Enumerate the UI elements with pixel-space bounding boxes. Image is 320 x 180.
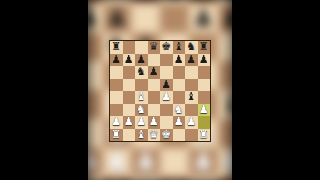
square-g8[interactable]: ♞ [185,41,198,54]
bg-square-e2 [160,148,189,177]
piece-black-knight-g8[interactable]: ♞ [186,41,196,52]
piece-white-rook-h1[interactable]: ♜ [199,129,209,140]
bg-square-f2: ♟ [189,148,218,177]
square-g2[interactable]: ♟ [185,116,198,129]
piece-white-pawn-c2[interactable]: ♟ [136,116,146,127]
piece-black-queen-d8[interactable]: ♛ [149,41,159,52]
video-strip[interactable]: ♜♛♚♝♞♜♟♟♟♟♟♟♞♟♟♝♟♝♞♞♟♟♟♟♟♟♟♜♝♛♚♜ ♜♛♚♝♞♜♟… [88,0,232,180]
piece-white-pawn: ♟ [221,148,232,173]
piece-black-pawn: ♟ [88,5,99,30]
bg-square-b5 [88,61,103,90]
square-b2[interactable]: ♟ [123,116,136,129]
square-d6[interactable]: ♟ [148,66,161,79]
bg-square-b7: ♟ [88,4,103,33]
piece-black-pawn: ♟ [106,5,128,30]
square-e4[interactable]: ♟ [160,91,173,104]
square-d7[interactable] [148,54,161,67]
square-f7[interactable]: ♟ [173,54,186,67]
square-a2[interactable]: ♟ [110,116,123,129]
square-d4[interactable] [148,91,161,104]
square-f8[interactable]: ♝ [173,41,186,54]
piece-black-pawn-d6[interactable]: ♟ [149,66,159,77]
bg-square-g3 [218,119,233,148]
square-g4[interactable]: ♝ [185,91,198,104]
piece-black-pawn-e5[interactable]: ♟ [161,79,171,90]
square-e2[interactable] [160,116,173,129]
piece-white-rook-a1[interactable]: ♜ [111,129,121,140]
square-h1[interactable]: ♜ [198,129,211,142]
piece-white-pawn-e4[interactable]: ♟ [161,91,171,102]
square-b6[interactable] [123,66,136,79]
square-g6[interactable] [185,66,198,79]
square-c8[interactable] [135,41,148,54]
piece-black-bishop-f8[interactable]: ♝ [174,41,184,52]
square-g3[interactable] [185,104,198,117]
bg-square-d2: ♟ [131,148,160,177]
bg-square-g7: ♟ [218,4,233,33]
piece-white-pawn: ♟ [88,148,99,173]
square-a7[interactable]: ♟ [110,54,123,67]
square-c2[interactable]: ♟ [135,116,148,129]
chess-board: ♜♛♚♝♞♜♟♟♟♟♟♟♞♟♟♝♟♝♞♞♟♟♟♟♟♟♟♜♝♛♚♜ [109,40,211,142]
piece-white-pawn-b2[interactable]: ♟ [124,116,134,127]
square-b7[interactable]: ♟ [123,54,136,67]
square-e5[interactable]: ♟ [160,79,173,92]
square-h7[interactable]: ♟ [198,54,211,67]
square-d1[interactable]: ♛ [148,129,161,142]
bg-square-c2: ♟ [103,148,132,177]
piece-black-pawn-a7[interactable]: ♟ [111,54,121,65]
piece-white-bishop-c4[interactable]: ♝ [136,91,146,102]
bg-square-b6 [88,33,103,62]
square-b1[interactable] [123,129,136,142]
piece-black-queen: ♛ [134,0,156,1]
piece-white-pawn: ♟ [106,148,128,173]
square-d2[interactable]: ♟ [148,116,161,129]
piece-white-bishop-c1[interactable]: ♝ [136,129,146,140]
piece-black-rook-a8[interactable]: ♜ [111,41,121,52]
bg-square-b4 [88,90,103,119]
square-h3[interactable]: ♟ [198,104,211,117]
piece-black-pawn-h7[interactable]: ♟ [199,54,209,65]
square-h5[interactable] [198,79,211,92]
square-g5[interactable] [185,79,198,92]
square-d3[interactable] [148,104,161,117]
square-h2[interactable] [198,116,211,129]
bg-square-c7: ♟ [103,4,132,33]
square-h6[interactable] [198,66,211,79]
piece-white-pawn-f2[interactable]: ♟ [174,116,184,127]
bg-square-b2: ♟ [88,148,103,177]
square-f4[interactable] [173,91,186,104]
piece-white-pawn-d2[interactable]: ♟ [149,116,159,127]
square-c4[interactable]: ♝ [135,91,148,104]
piece-white-king-e1[interactable]: ♚ [161,129,171,140]
piece-white-queen-d1[interactable]: ♛ [149,129,159,140]
bg-square-g2: ♟ [218,148,233,177]
square-f3[interactable]: ♞ [173,104,186,117]
piece-black-pawn-f7[interactable]: ♟ [174,54,184,65]
square-c7[interactable]: ♟ [135,54,148,67]
bg-square-d1: ♛ [131,176,160,180]
square-c5[interactable] [135,79,148,92]
square-c6[interactable]: ♞ [135,66,148,79]
piece-white-knight-c3[interactable]: ♞ [136,104,146,115]
piece-black-pawn-g7[interactable]: ♟ [186,54,196,65]
bg-square-g6 [218,33,233,62]
square-e1[interactable]: ♚ [160,129,173,142]
square-g7[interactable]: ♟ [185,54,198,67]
piece-white-pawn-h3[interactable]: ♟ [199,104,209,115]
piece-black-bishop: ♝ [192,0,214,1]
square-g1[interactable] [185,129,198,142]
square-c3[interactable]: ♞ [135,104,148,117]
bg-square-b1 [88,176,103,180]
square-h4[interactable] [198,91,211,104]
piece-black-king-e8[interactable]: ♚ [161,41,171,52]
square-e6[interactable] [160,66,173,79]
bg-square-f1 [189,176,218,180]
square-c1[interactable]: ♝ [135,129,148,142]
square-b8[interactable] [123,41,136,54]
square-a5[interactable] [110,79,123,92]
piece-black-bishop: ♝ [221,91,232,116]
bg-square-d7 [131,4,160,33]
letterbox-right [232,0,320,180]
bg-square-e7 [160,4,189,33]
square-b5[interactable] [123,79,136,92]
square-b4[interactable] [123,91,136,104]
piece-black-pawn: ♟ [221,5,232,30]
piece-white-pawn: ♟ [134,148,156,173]
square-a6[interactable] [110,66,123,79]
square-a3[interactable] [110,104,123,117]
square-a4[interactable] [110,91,123,104]
square-f5[interactable] [173,79,186,92]
piece-white-pawn-a2[interactable]: ♟ [111,116,121,127]
piece-white-king: ♚ [163,177,185,180]
piece-white-queen: ♛ [134,177,156,180]
square-h8[interactable]: ♜ [198,41,211,54]
square-e8[interactable]: ♚ [160,41,173,54]
square-e3[interactable] [160,104,173,117]
piece-black-pawn-c7[interactable]: ♟ [136,54,146,65]
piece-black-rook-h8[interactable]: ♜ [199,41,209,52]
piece-black-pawn: ♟ [192,5,214,30]
piece-black-pawn-b7[interactable]: ♟ [124,54,134,65]
square-f2[interactable]: ♟ [173,116,186,129]
square-f6[interactable] [173,66,186,79]
bg-square-b3 [88,119,103,148]
square-d5[interactable] [148,79,161,92]
bg-square-c1: ♝ [103,176,132,180]
bg-square-g1 [218,176,233,180]
square-e7[interactable] [160,54,173,67]
bg-square-g4: ♝ [218,90,233,119]
piece-white-knight-f3[interactable]: ♞ [174,104,184,115]
square-d8[interactable]: ♛ [148,41,161,54]
piece-black-knight: ♞ [221,0,232,1]
video-frame: ♜♛♚♝♞♜♟♟♟♟♟♟♞♟♟♝♟♝♞♞♟♟♟♟♟♟♟♜♝♛♚♜ ♜♛♚♝♞♜♟… [0,0,320,180]
letterbox-left [0,0,88,180]
square-a1[interactable]: ♜ [110,129,123,142]
piece-black-king: ♚ [163,0,185,1]
piece-white-pawn: ♟ [192,148,214,173]
piece-black-knight-c6[interactable]: ♞ [136,66,146,77]
bg-square-f7: ♟ [189,4,218,33]
bg-square-e1: ♚ [160,176,189,180]
square-b3[interactable] [123,104,136,117]
piece-black-bishop-g4[interactable]: ♝ [186,91,196,102]
piece-white-bishop: ♝ [106,177,128,180]
square-f1[interactable] [173,129,186,142]
square-a8[interactable]: ♜ [110,41,123,54]
bg-square-g5 [218,61,233,90]
piece-white-pawn-g2[interactable]: ♟ [186,116,196,127]
